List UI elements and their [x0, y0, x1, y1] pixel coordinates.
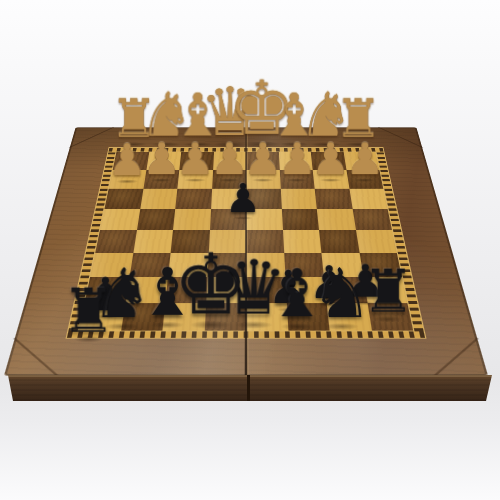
black-bishop-glyph: ♝: [267, 263, 326, 326]
board-front-edge-highlight: [0, 375, 500, 377]
chess-board: ♜♞♝♛♚♝♞♜♟♟♟♟♟♟♟♟♟♟♟♟♟♜♝♚♛♞♝♞♜: [4, 127, 488, 375]
white-pawn-glyph: ♟: [345, 139, 384, 180]
board-front-edge: [0, 375, 500, 401]
chessboard-photo-scene: ♜♞♝♛♚♝♞♜♟♟♟♟♟♟♟♟♟♟♟♟♟♜♝♚♛♞♝♞♜: [0, 0, 500, 500]
pieces-layer: ♜♞♝♛♚♝♞♜♟♟♟♟♟♟♟♟♟♟♟♟♟♜♝♚♛♞♝♞♜: [4, 127, 488, 375]
white-pawn-glyph: ♟: [108, 140, 147, 182]
black-king-glyph: ♚: [173, 245, 248, 325]
board-front-fold-gap: [247, 375, 250, 401]
black-pawn-glyph: ♟: [225, 180, 261, 218]
black-rook-glyph: ♜: [62, 282, 116, 340]
